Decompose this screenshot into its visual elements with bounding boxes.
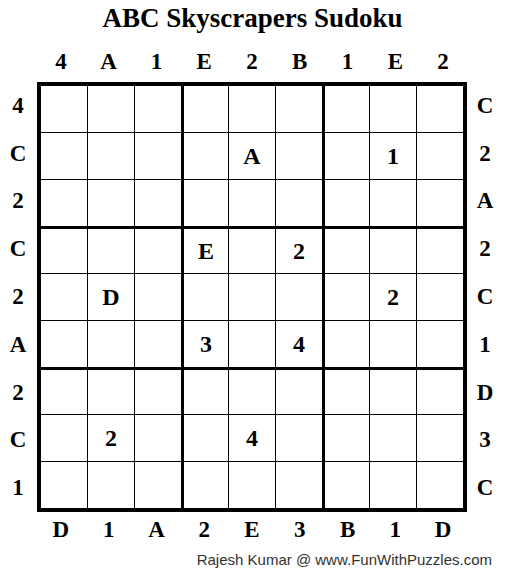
cell-r6c6[interactable]: 4 — [276, 321, 322, 367]
clue-top-2: A — [85, 46, 133, 78]
cell-r6c8[interactable] — [370, 321, 416, 367]
cell-r1c5[interactable] — [229, 86, 275, 132]
cell-r8c7[interactable] — [323, 415, 369, 461]
cell-r2c3[interactable] — [135, 133, 181, 179]
clue-top-9: 2 — [419, 46, 467, 78]
clue-left-8: C — [3, 416, 33, 464]
cell-r2c2[interactable] — [88, 133, 134, 179]
cell-r2c9[interactable] — [417, 133, 463, 179]
clue-left-6: A — [3, 321, 33, 369]
puzzle-page: ABC Skyscrapers Sudoku 4A1E2B1E2 4C2C2A2… — [0, 0, 505, 580]
page-title: ABC Skyscrapers Sudoku — [0, 3, 505, 34]
cell-r6c3[interactable] — [135, 321, 181, 367]
cell-r1c7[interactable] — [323, 86, 369, 132]
cell-r7c4[interactable] — [182, 368, 228, 414]
clue-top-8: E — [371, 46, 419, 78]
clue-top-3: 1 — [133, 46, 181, 78]
clue-bottom-2: 1 — [85, 514, 133, 546]
cell-r9c8[interactable] — [370, 462, 416, 508]
cell-r2c5[interactable]: A — [229, 133, 275, 179]
cell-r3c7[interactable] — [323, 180, 369, 226]
credit-text: Rajesh Kumar @ www.FunWithPuzzles.com — [197, 551, 492, 568]
cell-r4c8[interactable] — [370, 227, 416, 273]
cell-r1c8[interactable] — [370, 86, 416, 132]
clues-top: 4A1E2B1E2 — [37, 46, 467, 78]
clue-left-4: C — [3, 225, 33, 273]
cell-r5c6[interactable] — [276, 274, 322, 320]
cell-r5c7[interactable] — [323, 274, 369, 320]
cell-r9c4[interactable] — [182, 462, 228, 508]
cell-r5c2[interactable]: D — [88, 274, 134, 320]
clue-top-6: B — [276, 46, 324, 78]
cell-r3c2[interactable] — [88, 180, 134, 226]
clue-bottom-9: D — [419, 514, 467, 546]
cell-r5c5[interactable] — [229, 274, 275, 320]
cell-r8c2[interactable]: 2 — [88, 415, 134, 461]
cell-r5c3[interactable] — [135, 274, 181, 320]
cell-r6c4[interactable]: 3 — [182, 321, 228, 367]
cell-r2c8[interactable]: 1 — [370, 133, 416, 179]
clue-left-7: 2 — [3, 369, 33, 417]
cell-r6c5[interactable] — [229, 321, 275, 367]
clue-right-3: A — [470, 178, 500, 226]
cell-r7c8[interactable] — [370, 368, 416, 414]
cell-r9c5[interactable] — [229, 462, 275, 508]
clues-left: 4C2C2A2C1 — [3, 82, 33, 512]
cell-r4c6[interactable]: 2 — [276, 227, 322, 273]
cell-r7c2[interactable] — [88, 368, 134, 414]
clue-top-1: 4 — [37, 46, 85, 78]
cell-r8c1[interactable] — [41, 415, 87, 461]
cell-r5c1[interactable] — [41, 274, 87, 320]
cell-r4c3[interactable] — [135, 227, 181, 273]
cell-r1c9[interactable] — [417, 86, 463, 132]
clue-right-1: C — [470, 82, 500, 130]
cell-r9c7[interactable] — [323, 462, 369, 508]
cell-r4c7[interactable] — [323, 227, 369, 273]
cell-r7c3[interactable] — [135, 368, 181, 414]
cell-r1c6[interactable] — [276, 86, 322, 132]
clue-left-5: 2 — [3, 273, 33, 321]
cell-r8c6[interactable] — [276, 415, 322, 461]
clues-right: C2A2C1D3C — [470, 82, 500, 512]
clue-bottom-7: B — [324, 514, 372, 546]
clue-bottom-4: 2 — [180, 514, 228, 546]
clue-bottom-6: 3 — [276, 514, 324, 546]
cell-r3c5[interactable] — [229, 180, 275, 226]
cell-r3c4[interactable] — [182, 180, 228, 226]
cell-r5c8[interactable]: 2 — [370, 274, 416, 320]
cell-r1c2[interactable] — [88, 86, 134, 132]
cell-r3c9[interactable] — [417, 180, 463, 226]
clue-right-8: 3 — [470, 416, 500, 464]
clue-bottom-1: D — [37, 514, 85, 546]
cell-r7c1[interactable] — [41, 368, 87, 414]
cell-r7c6[interactable] — [276, 368, 322, 414]
clue-left-2: C — [3, 130, 33, 178]
clue-top-5: 2 — [228, 46, 276, 78]
clue-top-4: E — [180, 46, 228, 78]
cell-r8c9[interactable] — [417, 415, 463, 461]
cell-r3c8[interactable] — [370, 180, 416, 226]
cell-r4c5[interactable] — [229, 227, 275, 273]
cell-r9c6[interactable] — [276, 462, 322, 508]
cell-r1c3[interactable] — [135, 86, 181, 132]
cell-r8c3[interactable] — [135, 415, 181, 461]
clue-bottom-3: A — [133, 514, 181, 546]
cell-r4c1[interactable] — [41, 227, 87, 273]
cell-r2c1[interactable] — [41, 133, 87, 179]
clue-bottom-8: 1 — [371, 514, 419, 546]
clue-right-4: 2 — [470, 225, 500, 273]
clue-left-9: 1 — [3, 464, 33, 512]
cell-r4c9[interactable] — [417, 227, 463, 273]
cell-r3c6[interactable] — [276, 180, 322, 226]
clues-bottom: D1A2E3B1D — [37, 514, 467, 546]
clue-right-7: D — [470, 369, 500, 417]
clue-right-5: C — [470, 273, 500, 321]
clue-right-9: C — [470, 464, 500, 512]
cell-r6c1[interactable] — [41, 321, 87, 367]
cell-r4c2[interactable] — [88, 227, 134, 273]
cell-r7c9[interactable] — [417, 368, 463, 414]
cell-r2c6[interactable] — [276, 133, 322, 179]
cell-r8c5[interactable]: 4 — [229, 415, 275, 461]
clue-left-3: 2 — [3, 178, 33, 226]
clue-left-1: 4 — [3, 82, 33, 130]
cell-r9c3[interactable] — [135, 462, 181, 508]
cell-r6c7[interactable] — [323, 321, 369, 367]
cell-r5c4[interactable] — [182, 274, 228, 320]
cell-r3c1[interactable] — [41, 180, 87, 226]
cell-r2c7[interactable] — [323, 133, 369, 179]
cell-r4c4[interactable]: E — [182, 227, 228, 273]
cell-r7c5[interactable] — [229, 368, 275, 414]
cell-r1c4[interactable] — [182, 86, 228, 132]
cell-r3c3[interactable] — [135, 180, 181, 226]
board: A1E2D23424 — [37, 82, 467, 512]
cell-r9c9[interactable] — [417, 462, 463, 508]
clue-right-6: 1 — [470, 321, 500, 369]
cell-r7c7[interactable] — [323, 368, 369, 414]
cell-r1c1[interactable] — [41, 86, 87, 132]
cell-r6c9[interactable] — [417, 321, 463, 367]
cell-r9c2[interactable] — [88, 462, 134, 508]
cell-r8c8[interactable] — [370, 415, 416, 461]
cell-r9c1[interactable] — [41, 462, 87, 508]
cell-r8c4[interactable] — [182, 415, 228, 461]
cell-r5c9[interactable] — [417, 274, 463, 320]
cell-r2c4[interactable] — [182, 133, 228, 179]
clue-right-2: 2 — [470, 130, 500, 178]
cell-r6c2[interactable] — [88, 321, 134, 367]
clue-bottom-5: E — [228, 514, 276, 546]
clue-top-7: 1 — [324, 46, 372, 78]
